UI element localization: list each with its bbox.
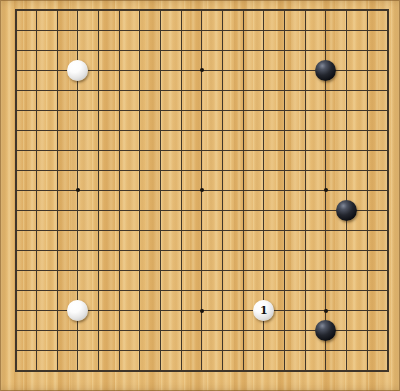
black-stone [315, 320, 336, 341]
white-stone [67, 300, 88, 321]
white-stone: 1 [253, 300, 274, 321]
move-number-label: 1 [260, 305, 268, 316]
black-stone [336, 200, 357, 221]
stones-grid: 1 [6, 0, 398, 381]
white-stone [67, 60, 88, 81]
black-stone [315, 60, 336, 81]
go-board[interactable]: 1 [0, 0, 400, 391]
